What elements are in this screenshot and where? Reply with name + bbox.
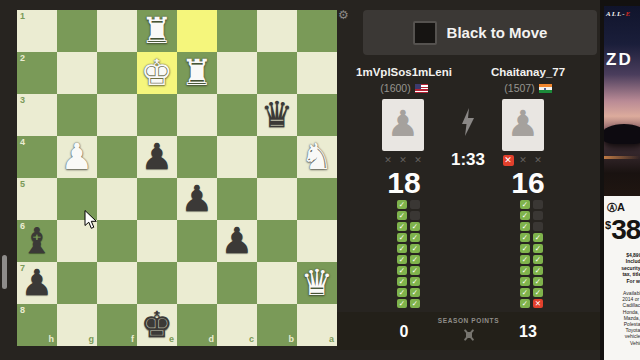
rank-label: 5	[20, 180, 25, 189]
board-square-f2[interactable]	[97, 52, 137, 94]
board-square-b1[interactable]	[257, 10, 297, 52]
board-square-g4[interactable]: ♟	[57, 136, 97, 178]
rank-label: 3	[20, 96, 25, 105]
player2-name[interactable]: Chaitanay_77	[461, 66, 595, 78]
black-pawn[interactable]: ♟	[17, 262, 57, 304]
game-result-win: ✓	[533, 255, 543, 264]
sidebar-ad[interactable]: ALL-E ZD ⒶA $38 $4,899 dIncludessecurity…	[600, 0, 640, 360]
ad-kicker-text: ALL-E	[606, 10, 631, 18]
board-square-h6[interactable]: 6♝	[17, 220, 57, 262]
strike-icon: ✕	[383, 155, 394, 166]
game-result-win: ✓	[397, 288, 407, 297]
chess-board: 1♜2♚♜3♛4♟♟♞5♟6♝♟7♟♛8hgfe♚dcba	[17, 10, 337, 346]
game-result-win: ✓	[520, 288, 530, 297]
season-points-bar: SEASON POINTS 0 13	[337, 312, 600, 350]
board-square-a7[interactable]: ♛	[297, 262, 337, 304]
board-square-e2[interactable]: ♚	[137, 52, 177, 94]
board-square-b4[interactable]	[257, 136, 297, 178]
game-result-win: ✓	[410, 288, 420, 297]
board-square-b2[interactable]	[257, 52, 297, 94]
board-square-h1[interactable]: 1	[17, 10, 57, 52]
board-square-c5[interactable]	[217, 178, 257, 220]
strike-icon: ✕	[518, 155, 529, 166]
strike-icon: ✕	[398, 155, 409, 166]
file-label: h	[49, 335, 55, 344]
board-square-a2[interactable]	[297, 52, 337, 94]
game-result-win: ✓	[397, 266, 407, 275]
game-result-win: ✓	[410, 277, 420, 286]
board-square-a6[interactable]	[297, 220, 337, 262]
lightning-bolt-icon	[461, 108, 475, 140]
board-square-b5[interactable]	[257, 178, 297, 220]
file-label: f	[131, 335, 134, 344]
black-pawn[interactable]: ♟	[137, 136, 177, 178]
board-square-f6[interactable]	[97, 220, 137, 262]
ad-offer-section: ⒶA $38 $4,899 dIncludessecurity deptax, …	[604, 196, 640, 360]
board-square-g2[interactable]	[57, 52, 97, 94]
board-square-b6[interactable]	[257, 220, 297, 262]
board-square-b8[interactable]: b	[257, 304, 297, 346]
ad-model-text: ZD	[606, 50, 633, 70]
car-silhouette	[604, 124, 640, 144]
board-square-e8[interactable]: e♚	[137, 304, 177, 346]
black-pawn[interactable]: ♟	[177, 178, 217, 220]
file-label: a	[329, 335, 334, 344]
board-square-c4[interactable]	[217, 136, 257, 178]
player1-avatar[interactable]: ♟	[382, 99, 424, 151]
rank-label: 8	[20, 306, 25, 315]
player1-score: 18	[337, 166, 471, 200]
board-square-f4[interactable]	[97, 136, 137, 178]
ad-text-line: For well	[604, 278, 640, 284]
board-square-h4[interactable]: 4	[17, 136, 57, 178]
game-result-win: ✓	[520, 277, 530, 286]
game-result-win: ✓	[397, 200, 407, 209]
game-result-win: ✓	[410, 244, 420, 253]
file-label: d	[209, 335, 215, 344]
board-square-g3[interactable]	[57, 94, 97, 136]
player1-season-points: 0	[377, 323, 431, 341]
board-square-h7[interactable]: 7♟	[17, 262, 57, 304]
board-square-e6[interactable]	[137, 220, 177, 262]
board-square-a3[interactable]	[297, 94, 337, 136]
board-square-e3[interactable]	[137, 94, 177, 136]
board-square-f5[interactable]	[97, 178, 137, 220]
board-square-a8[interactable]: a	[297, 304, 337, 346]
game-result-win: ✓	[520, 255, 530, 264]
black-king[interactable]: ♚	[137, 304, 177, 346]
game-result-win: ✓	[520, 233, 530, 242]
game-result-empty	[410, 211, 420, 220]
board-square-f1[interactable]	[97, 10, 137, 52]
white-rook[interactable]: ♜	[177, 52, 217, 94]
white-rook[interactable]: ♜	[137, 10, 177, 52]
white-pawn[interactable]: ♟	[57, 136, 97, 178]
player2-win-grid: ✓✓✓✓✓✓✓✓✓✓✓✓✓✓✓✓✕	[520, 200, 543, 308]
board-square-d3[interactable]	[177, 94, 217, 136]
board-square-d1[interactable]	[177, 10, 217, 52]
game-result-win: ✓	[397, 299, 407, 308]
board-square-d7[interactable]	[177, 262, 217, 304]
player1-name[interactable]: 1mVplSos1mLeni	[337, 66, 471, 78]
strike-used-icon: ✕	[503, 155, 514, 166]
ad-fine-print: $4,899 dIncludessecurity deptax, title, …	[604, 252, 640, 284]
us-flag-icon	[415, 84, 428, 93]
file-label: b	[289, 335, 295, 344]
board-square-d4[interactable]	[177, 136, 217, 178]
turn-indicator-label: Black to Move	[447, 24, 548, 41]
player1-win-grid: ✓✓✓✓✓✓✓✓✓✓✓✓✓✓✓✓✓✓	[397, 200, 420, 308]
game-result-win: ✓	[533, 266, 543, 275]
app-window: 1♜2♚♜3♛4♟♟♞5♟6♝♟7♟♛8hgfe♚dcba ⚙ Black to…	[0, 0, 640, 360]
game-result-win: ✓	[520, 222, 530, 231]
white-queen[interactable]: ♛	[297, 262, 337, 304]
crossed-swords-icon	[460, 327, 478, 343]
board-square-h2[interactable]: 2	[17, 52, 57, 94]
board-square-b7[interactable]	[257, 262, 297, 304]
board-square-d5[interactable]: ♟	[177, 178, 217, 220]
ad-car-image: ALL-E ZD	[604, 6, 640, 196]
board-square-c1[interactable]	[217, 10, 257, 52]
game-result-win: ✓	[533, 233, 543, 242]
game-result-empty	[533, 200, 543, 209]
player2-avatar[interactable]: ♟	[502, 99, 544, 151]
game-result-win: ✓	[397, 244, 407, 253]
board-square-g8[interactable]: g	[57, 304, 97, 346]
game-result-win: ✓	[397, 211, 407, 220]
file-label: g	[89, 335, 95, 344]
board-square-a5[interactable]	[297, 178, 337, 220]
turn-indicator: Black to Move	[363, 10, 597, 55]
board-square-c8[interactable]: c	[217, 304, 257, 346]
board-square-h5[interactable]: 5	[17, 178, 57, 220]
player1-rating: (1600)	[337, 82, 471, 94]
game-result-win: ✓	[397, 233, 407, 242]
rank-label: 1	[20, 12, 25, 21]
game-result-win: ✓	[520, 200, 530, 209]
board-square-e4[interactable]: ♟	[137, 136, 177, 178]
game-result-win: ✓	[410, 255, 420, 264]
game-result-win: ✓	[410, 222, 420, 231]
board-square-a1[interactable]	[297, 10, 337, 52]
game-result-win: ✓	[533, 277, 543, 286]
ad-legal-text: Available to2014 or newCadillac, ChHonda…	[604, 290, 640, 346]
white-king[interactable]: ♚	[137, 52, 177, 94]
board-square-d2[interactable]: ♜	[177, 52, 217, 94]
game-result-win: ✓	[520, 244, 530, 253]
game-result-win: ✓	[520, 211, 530, 220]
black-queen[interactable]: ♛	[257, 94, 297, 136]
player2-score: 16	[461, 166, 595, 200]
ad-price: $38	[605, 214, 640, 246]
game-result-empty	[533, 222, 543, 231]
pawn-avatar-icon: ♟	[382, 99, 424, 149]
black-bishop[interactable]: ♝	[17, 220, 57, 262]
board-square-g1[interactable]	[57, 10, 97, 52]
game-panel: Black to Move 1mVplSos1mLeni (1600) Chai…	[337, 0, 600, 360]
game-result-win: ✓	[410, 299, 420, 308]
ad-text-line: Vehic	[604, 340, 640, 346]
player2-strikes: ✕✕✕	[496, 155, 550, 166]
board-square-e7[interactable]	[137, 262, 177, 304]
player2-rating: (1507)	[461, 82, 595, 94]
black-pawn[interactable]: ♟	[217, 220, 257, 262]
india-flag-icon	[539, 84, 552, 93]
game-result-win: ✓	[533, 244, 543, 253]
game-result-win: ✓	[397, 277, 407, 286]
board-square-f8[interactable]: f	[97, 304, 137, 346]
file-label: c	[249, 335, 254, 344]
strike-icon: ✕	[533, 155, 544, 166]
mouse-cursor	[84, 210, 98, 234]
black-square-icon	[413, 21, 437, 45]
strike-icon: ✕	[413, 155, 424, 166]
rank-label: 4	[20, 138, 25, 147]
player2-season-points: 13	[501, 323, 555, 341]
game-result-win: ✓	[397, 255, 407, 264]
board-square-e5[interactable]	[137, 178, 177, 220]
game-result-win: ✓	[410, 266, 420, 275]
board-square-d8[interactable]: d	[177, 304, 217, 346]
board-square-h3[interactable]: 3	[17, 94, 57, 136]
road-glow	[604, 156, 640, 159]
game-result-empty	[533, 211, 543, 220]
game-result-win: ✓	[397, 222, 407, 231]
game-result-loss: ✕	[533, 299, 543, 308]
game-result-win: ✓	[533, 288, 543, 297]
board-square-c2[interactable]	[217, 52, 257, 94]
board-square-f7[interactable]	[97, 262, 137, 304]
board-square-d6[interactable]	[177, 220, 217, 262]
game-result-empty	[410, 200, 420, 209]
board-square-h8[interactable]: 8h	[17, 304, 57, 346]
game-result-win: ✓	[410, 233, 420, 242]
player1-strikes: ✕✕✕	[376, 155, 430, 166]
board-square-e1[interactable]: ♜	[137, 10, 177, 52]
edge-drag-handle[interactable]	[2, 255, 7, 289]
game-result-win: ✓	[520, 266, 530, 275]
board-square-g7[interactable]	[57, 262, 97, 304]
board-square-a4[interactable]: ♞	[297, 136, 337, 178]
white-knight[interactable]: ♞	[297, 136, 337, 178]
pawn-avatar-icon: ♟	[502, 99, 544, 149]
board-square-c7[interactable]	[217, 262, 257, 304]
game-result-win: ✓	[520, 299, 530, 308]
rank-label: 2	[20, 54, 25, 63]
ad-brand-logo: ⒶA	[607, 201, 625, 215]
board-square-c3[interactable]	[217, 94, 257, 136]
board-square-c6[interactable]: ♟	[217, 220, 257, 262]
board-square-f3[interactable]	[97, 94, 137, 136]
board-square-b3[interactable]: ♛	[257, 94, 297, 136]
